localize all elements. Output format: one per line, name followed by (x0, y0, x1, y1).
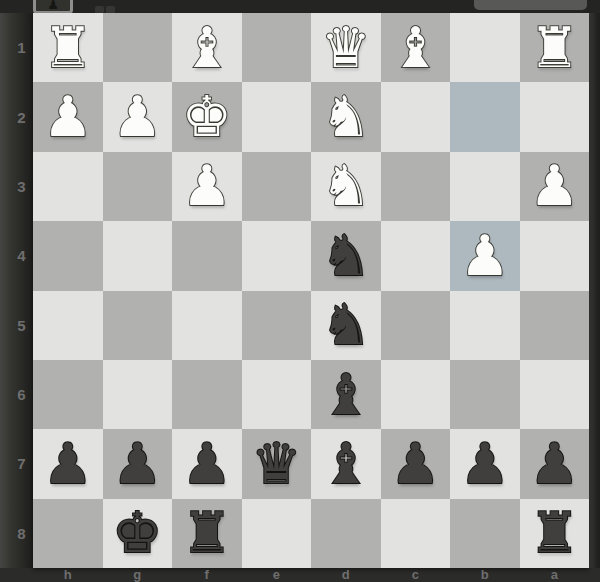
rank-label-8: 8 (0, 499, 33, 568)
rank-label-7: 7 (0, 429, 33, 498)
white-knight-d2[interactable]: ♞ (311, 82, 381, 151)
file-label-f: f (172, 568, 242, 582)
square-d6[interactable]: ♝ (311, 360, 381, 429)
white-pawn-h2[interactable]: ♟ (33, 82, 103, 151)
square-h2[interactable]: ♟ (33, 82, 103, 151)
square-f8[interactable]: ♜ (172, 499, 242, 568)
header-right-button[interactable] (474, 0, 587, 10)
pawn-icon: ♟ (47, 0, 59, 11)
black-rook-a8[interactable]: ♜ (520, 499, 590, 568)
file-label-e: e (242, 568, 312, 582)
square-h4[interactable] (33, 221, 103, 290)
square-b2[interactable] (450, 82, 520, 151)
white-bishop-f1[interactable]: ♝ (172, 13, 242, 82)
rank-label-1: 1 (0, 13, 33, 82)
white-pawn-g2[interactable]: ♟ (103, 82, 173, 151)
square-b3[interactable] (450, 152, 520, 221)
square-h3[interactable] (33, 152, 103, 221)
white-pawn-b4[interactable]: ♟ (450, 221, 520, 290)
square-a8[interactable]: ♜ (520, 499, 590, 568)
square-c2[interactable] (381, 82, 451, 151)
white-rook-a1[interactable]: ♜ (520, 13, 590, 82)
square-h6[interactable] (33, 360, 103, 429)
square-a3[interactable]: ♟ (520, 152, 590, 221)
square-e3[interactable] (242, 152, 312, 221)
file-label-g: g (103, 568, 173, 582)
square-d8[interactable] (311, 499, 381, 568)
square-f7[interactable]: ♟ (172, 429, 242, 498)
square-g4[interactable] (103, 221, 173, 290)
square-g6[interactable] (103, 360, 173, 429)
square-e2[interactable] (242, 82, 312, 151)
square-e1[interactable] (242, 13, 312, 82)
black-knight-d5[interactable]: ♞ (311, 291, 381, 360)
square-h7[interactable]: ♟ (33, 429, 103, 498)
square-e4[interactable] (242, 221, 312, 290)
square-c7[interactable]: ♟ (381, 429, 451, 498)
file-label-c: c (381, 568, 451, 582)
square-f2[interactable]: ♚ (172, 82, 242, 151)
black-pawn-b7[interactable]: ♟ (450, 429, 520, 498)
square-e5[interactable] (242, 291, 312, 360)
square-a1[interactable]: ♜ (520, 13, 590, 82)
square-b6[interactable] (450, 360, 520, 429)
square-g8[interactable]: ♚ (103, 499, 173, 568)
black-pawn-g7[interactable]: ♟ (103, 429, 173, 498)
square-d3[interactable]: ♞ (311, 152, 381, 221)
square-h5[interactable] (33, 291, 103, 360)
black-bishop-d7[interactable]: ♝ (311, 429, 381, 498)
board-right-margin (589, 0, 600, 582)
square-d5[interactable]: ♞ (311, 291, 381, 360)
black-knight-d4[interactable]: ♞ (311, 221, 381, 290)
square-c5[interactable] (381, 291, 451, 360)
file-labels: hgfedcba (33, 568, 589, 582)
square-a6[interactable] (520, 360, 590, 429)
white-rook-h1[interactable]: ♜ (33, 13, 103, 82)
black-pawn-h7[interactable]: ♟ (33, 429, 103, 498)
black-pawn-f7[interactable]: ♟ (172, 429, 242, 498)
rank-label-4: 4 (0, 221, 33, 290)
square-c4[interactable] (381, 221, 451, 290)
square-e8[interactable] (242, 499, 312, 568)
rank-label-2: 2 (0, 82, 33, 151)
square-a2[interactable] (520, 82, 590, 151)
square-b5[interactable] (450, 291, 520, 360)
square-c6[interactable] (381, 360, 451, 429)
header-faint-marks (95, 1, 121, 11)
square-f1[interactable]: ♝ (172, 13, 242, 82)
square-c3[interactable] (381, 152, 451, 221)
white-bishop-c1[interactable]: ♝ (381, 13, 451, 82)
square-d1[interactable]: ♛ (311, 13, 381, 82)
square-h1[interactable]: ♜ (33, 13, 103, 82)
square-d7[interactable]: ♝ (311, 429, 381, 498)
square-d4[interactable]: ♞ (311, 221, 381, 290)
rank-label-5: 5 (0, 291, 33, 360)
black-pawn-a7[interactable]: ♟ (520, 429, 590, 498)
black-king-g8[interactable]: ♚ (103, 499, 173, 568)
square-g7[interactable]: ♟ (103, 429, 173, 498)
square-b4[interactable]: ♟ (450, 221, 520, 290)
white-pawn-f3[interactable]: ♟ (172, 152, 242, 221)
file-label-h: h (33, 568, 103, 582)
header-bar: ♟ (0, 0, 600, 13)
square-f6[interactable] (172, 360, 242, 429)
square-g5[interactable] (103, 291, 173, 360)
chess-board: ♜♝♛♝♜♟♟♚♞♟♞♟♞♟♞♝♟♟♟♛♝♟♟♟♚♜♜ (33, 13, 589, 568)
app-screen: ♟ ♜♝♛♝♜♟♟♚♞♟♞♟♞♟♞♝♟♟♟♛♝♟♟♟♚♜♜ 12345678 h… (0, 0, 600, 582)
white-knight-d3[interactable]: ♞ (311, 152, 381, 221)
file-label-a: a (520, 568, 590, 582)
white-pawn-a3[interactable]: ♟ (520, 152, 590, 221)
square-g2[interactable]: ♟ (103, 82, 173, 151)
white-queen-d1[interactable]: ♛ (311, 13, 381, 82)
square-e7[interactable]: ♛ (242, 429, 312, 498)
black-bishop-d6[interactable]: ♝ (311, 360, 381, 429)
white-king-f2[interactable]: ♚ (172, 82, 242, 151)
square-b1[interactable] (450, 13, 520, 82)
rank-labels: 12345678 (0, 13, 33, 568)
file-label-d: d (311, 568, 381, 582)
square-b8[interactable] (450, 499, 520, 568)
square-b7[interactable]: ♟ (450, 429, 520, 498)
square-c1[interactable]: ♝ (381, 13, 451, 82)
square-d2[interactable]: ♞ (311, 82, 381, 151)
black-queen-e7[interactable]: ♛ (242, 429, 312, 498)
square-f5[interactable] (172, 291, 242, 360)
black-rook-f8[interactable]: ♜ (172, 499, 242, 568)
square-g3[interactable] (103, 152, 173, 221)
square-c8[interactable] (381, 499, 451, 568)
square-a7[interactable]: ♟ (520, 429, 590, 498)
black-pawn-c7[interactable]: ♟ (381, 429, 451, 498)
header-piece-button[interactable]: ♟ (33, 0, 73, 14)
square-e6[interactable] (242, 360, 312, 429)
square-h8[interactable] (33, 499, 103, 568)
square-a4[interactable] (520, 221, 590, 290)
rank-label-3: 3 (0, 152, 33, 221)
file-label-b: b (450, 568, 520, 582)
square-g1[interactable] (103, 13, 173, 82)
square-f3[interactable]: ♟ (172, 152, 242, 221)
square-f4[interactable] (172, 221, 242, 290)
square-a5[interactable] (520, 291, 590, 360)
rank-label-6: 6 (0, 360, 33, 429)
